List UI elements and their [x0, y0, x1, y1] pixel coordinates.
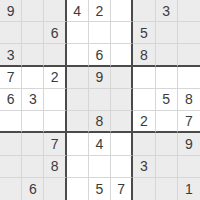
cell-r1c4[interactable]: 4 — [67, 0, 89, 22]
cell-r2c6[interactable] — [111, 22, 133, 44]
cell-r5c1[interactable]: 6 — [0, 89, 22, 111]
cell-r7c1[interactable] — [0, 133, 22, 155]
cell-r8c2[interactable] — [22, 156, 44, 178]
cell-r4c5[interactable]: 9 — [89, 67, 111, 89]
cell-r4c6[interactable] — [111, 67, 133, 89]
cell-r3c9[interactable] — [178, 44, 200, 66]
cell-r2c2[interactable] — [22, 22, 44, 44]
cell-r1c6[interactable] — [111, 0, 133, 22]
cell-r3c7[interactable]: 8 — [133, 44, 155, 66]
cell-r9c2[interactable]: 6 — [22, 178, 44, 200]
cell-r7c8[interactable] — [156, 133, 178, 155]
cell-r9c9[interactable]: 1 — [178, 178, 200, 200]
cell-r9c1[interactable] — [0, 178, 22, 200]
cell-r7c6[interactable] — [111, 133, 133, 155]
cell-r5c7[interactable] — [133, 89, 155, 111]
cell-r4c7[interactable] — [133, 67, 155, 89]
cell-r2c3[interactable]: 6 — [44, 22, 66, 44]
cell-r2c1[interactable] — [0, 22, 22, 44]
cell-r1c2[interactable] — [22, 0, 44, 22]
cell-r8c3[interactable]: 8 — [44, 156, 66, 178]
cell-r9c6[interactable]: 7 — [111, 178, 133, 200]
cell-r8c7[interactable]: 3 — [133, 156, 155, 178]
cell-r5c9[interactable]: 8 — [178, 89, 200, 111]
cell-r2c8[interactable] — [156, 22, 178, 44]
cell-r8c1[interactable] — [0, 156, 22, 178]
cell-r3c3[interactable] — [44, 44, 66, 66]
cell-r3c6[interactable] — [111, 44, 133, 66]
cell-r7c5[interactable]: 4 — [89, 133, 111, 155]
cell-r6c7[interactable]: 2 — [133, 111, 155, 133]
cell-r7c9[interactable]: 9 — [178, 133, 200, 155]
cell-r7c7[interactable] — [133, 133, 155, 155]
cell-r6c8[interactable] — [156, 111, 178, 133]
cell-r6c3[interactable] — [44, 111, 66, 133]
cell-r2c4[interactable] — [67, 22, 89, 44]
cell-r8c4[interactable] — [67, 156, 89, 178]
cell-r5c2[interactable]: 3 — [22, 89, 44, 111]
cell-r8c8[interactable] — [156, 156, 178, 178]
cell-r4c1[interactable]: 7 — [0, 67, 22, 89]
cell-r5c3[interactable] — [44, 89, 66, 111]
cell-r5c5[interactable] — [89, 89, 111, 111]
cell-r9c3[interactable] — [44, 178, 66, 200]
cell-r4c8[interactable] — [156, 67, 178, 89]
cell-r7c4[interactable] — [67, 133, 89, 155]
cell-r9c8[interactable] — [156, 178, 178, 200]
cell-r6c6[interactable] — [111, 111, 133, 133]
cell-r6c4[interactable] — [67, 111, 89, 133]
cell-r9c4[interactable] — [67, 178, 89, 200]
cell-r2c5[interactable] — [89, 22, 111, 44]
cell-r3c1[interactable]: 3 — [0, 44, 22, 66]
cell-r4c2[interactable] — [22, 67, 44, 89]
cell-r5c8[interactable]: 5 — [156, 89, 178, 111]
cell-r8c9[interactable] — [178, 156, 200, 178]
cell-r6c5[interactable]: 8 — [89, 111, 111, 133]
cell-r3c8[interactable] — [156, 44, 178, 66]
cell-r4c3[interactable]: 2 — [44, 67, 66, 89]
cell-r1c1[interactable]: 9 — [0, 0, 22, 22]
cell-r2c7[interactable]: 5 — [133, 22, 155, 44]
cell-r4c4[interactable] — [67, 67, 89, 89]
cell-r7c3[interactable]: 7 — [44, 133, 66, 155]
cell-r6c9[interactable]: 7 — [178, 111, 200, 133]
cell-r1c3[interactable] — [44, 0, 66, 22]
cell-r1c9[interactable] — [178, 0, 200, 22]
cell-r1c8[interactable]: 3 — [156, 0, 178, 22]
cell-r4c9[interactable] — [178, 67, 200, 89]
cell-r8c5[interactable] — [89, 156, 111, 178]
cell-r8c6[interactable] — [111, 156, 133, 178]
cell-r1c7[interactable] — [133, 0, 155, 22]
sudoku-board: 9423653687296358827749836571 — [0, 0, 200, 200]
cell-r3c4[interactable] — [67, 44, 89, 66]
cell-r2c9[interactable] — [178, 22, 200, 44]
cell-r9c7[interactable] — [133, 178, 155, 200]
cell-r5c4[interactable] — [67, 89, 89, 111]
cell-r5c6[interactable] — [111, 89, 133, 111]
cell-r3c5[interactable]: 6 — [89, 44, 111, 66]
cell-r1c5[interactable]: 2 — [89, 0, 111, 22]
cell-r3c2[interactable] — [22, 44, 44, 66]
cell-r7c2[interactable] — [22, 133, 44, 155]
cell-r9c5[interactable]: 5 — [89, 178, 111, 200]
cell-r6c2[interactable] — [22, 111, 44, 133]
cell-r6c1[interactable] — [0, 111, 22, 133]
